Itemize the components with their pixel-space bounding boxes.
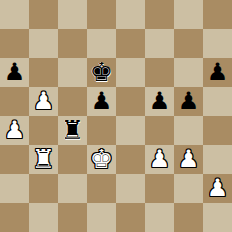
- square-a7[interactable]: [0, 29, 29, 58]
- square-a3[interactable]: [0, 145, 29, 174]
- square-a1[interactable]: [0, 203, 29, 232]
- square-c6[interactable]: [58, 58, 87, 87]
- square-e3[interactable]: [116, 145, 145, 174]
- square-b7[interactable]: [29, 29, 58, 58]
- square-a4[interactable]: ♟: [0, 116, 29, 145]
- square-g5[interactable]: ♟: [174, 87, 203, 116]
- square-a5[interactable]: [0, 87, 29, 116]
- square-e5[interactable]: [116, 87, 145, 116]
- white-pawn[interactable]: ♟: [203, 174, 232, 203]
- square-a6[interactable]: ♟: [0, 58, 29, 87]
- square-b6[interactable]: [29, 58, 58, 87]
- square-g8[interactable]: [174, 0, 203, 29]
- square-d3[interactable]: ♚: [87, 145, 116, 174]
- square-h2[interactable]: ♟: [203, 174, 232, 203]
- square-c1[interactable]: [58, 203, 87, 232]
- square-b1[interactable]: [29, 203, 58, 232]
- square-f1[interactable]: [145, 203, 174, 232]
- square-b2[interactable]: [29, 174, 58, 203]
- black-king[interactable]: ♚: [87, 58, 116, 87]
- square-g6[interactable]: [174, 58, 203, 87]
- square-d6[interactable]: ♚: [87, 58, 116, 87]
- square-h5[interactable]: [203, 87, 232, 116]
- square-b8[interactable]: [29, 0, 58, 29]
- square-b5[interactable]: ♟: [29, 87, 58, 116]
- square-f7[interactable]: [145, 29, 174, 58]
- white-pawn[interactable]: ♟: [145, 145, 174, 174]
- square-h7[interactable]: [203, 29, 232, 58]
- square-h1[interactable]: [203, 203, 232, 232]
- square-c4[interactable]: ♜: [58, 116, 87, 145]
- square-b3[interactable]: ♜: [29, 145, 58, 174]
- square-e1[interactable]: [116, 203, 145, 232]
- square-d1[interactable]: [87, 203, 116, 232]
- square-f6[interactable]: [145, 58, 174, 87]
- square-h8[interactable]: [203, 0, 232, 29]
- square-b4[interactable]: [29, 116, 58, 145]
- square-d5[interactable]: ♟: [87, 87, 116, 116]
- black-pawn[interactable]: ♟: [0, 58, 29, 87]
- white-pawn[interactable]: ♟: [174, 145, 203, 174]
- black-pawn[interactable]: ♟: [87, 87, 116, 116]
- square-d4[interactable]: [87, 116, 116, 145]
- square-c2[interactable]: [58, 174, 87, 203]
- black-pawn[interactable]: ♟: [145, 87, 174, 116]
- square-g1[interactable]: [174, 203, 203, 232]
- chess-board: ♟♚♟♟♟♟♟♟♜♜♚♟♟♟: [0, 0, 232, 232]
- square-g2[interactable]: [174, 174, 203, 203]
- square-e2[interactable]: [116, 174, 145, 203]
- square-g4[interactable]: [174, 116, 203, 145]
- black-rook[interactable]: ♜: [58, 116, 87, 145]
- square-c5[interactable]: [58, 87, 87, 116]
- square-c7[interactable]: [58, 29, 87, 58]
- square-d2[interactable]: [87, 174, 116, 203]
- square-g3[interactable]: ♟: [174, 145, 203, 174]
- square-f8[interactable]: [145, 0, 174, 29]
- square-e6[interactable]: [116, 58, 145, 87]
- white-pawn[interactable]: ♟: [0, 116, 29, 145]
- white-king[interactable]: ♚: [87, 145, 116, 174]
- white-pawn[interactable]: ♟: [29, 87, 58, 116]
- square-a8[interactable]: [0, 0, 29, 29]
- black-pawn[interactable]: ♟: [174, 87, 203, 116]
- square-h4[interactable]: [203, 116, 232, 145]
- white-rook[interactable]: ♜: [29, 145, 58, 174]
- square-f4[interactable]: [145, 116, 174, 145]
- square-c3[interactable]: [58, 145, 87, 174]
- square-a2[interactable]: [0, 174, 29, 203]
- square-g7[interactable]: [174, 29, 203, 58]
- square-h6[interactable]: ♟: [203, 58, 232, 87]
- square-c8[interactable]: [58, 0, 87, 29]
- square-d8[interactable]: [87, 0, 116, 29]
- square-d7[interactable]: [87, 29, 116, 58]
- square-e7[interactable]: [116, 29, 145, 58]
- square-f2[interactable]: [145, 174, 174, 203]
- black-pawn[interactable]: ♟: [203, 58, 232, 87]
- square-f5[interactable]: ♟: [145, 87, 174, 116]
- square-e8[interactable]: [116, 0, 145, 29]
- square-h3[interactable]: [203, 145, 232, 174]
- square-e4[interactable]: [116, 116, 145, 145]
- square-f3[interactable]: ♟: [145, 145, 174, 174]
